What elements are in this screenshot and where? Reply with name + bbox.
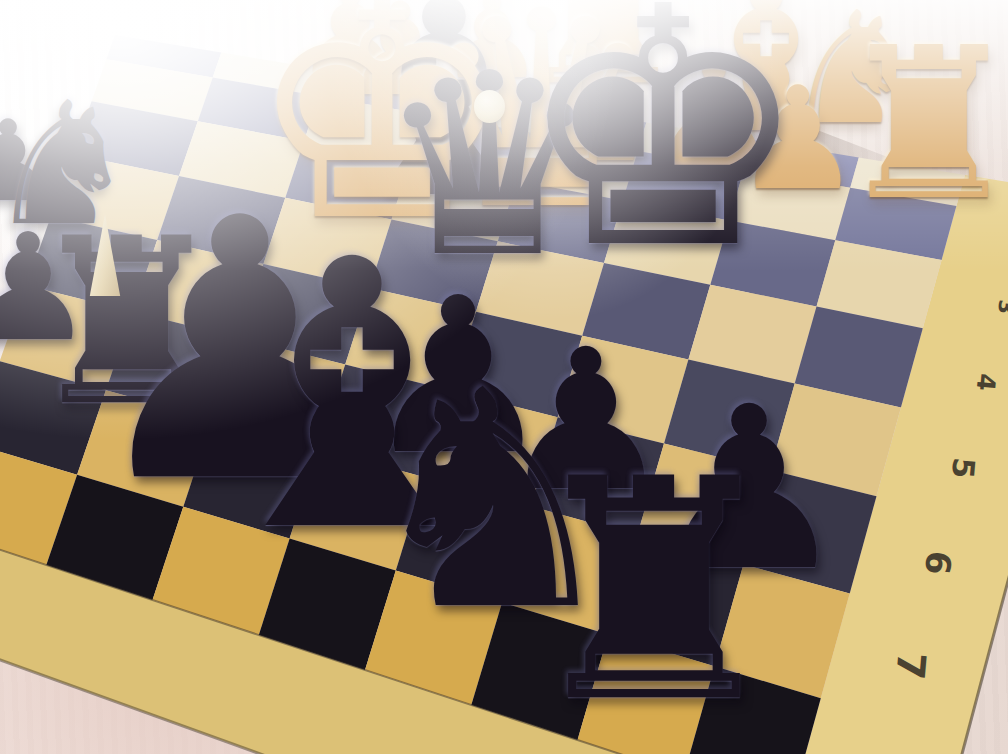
rank-label-6: 6 <box>917 549 959 576</box>
bare-wood-queen-finial <box>474 90 505 123</box>
piece-black-king-e4[interactable]: ♚ <box>515 0 811 294</box>
chessboard-photo: 12345678 ♟♟♟♚♛♜♟♟♝♟♞♜♟♞♟♜♟♝♛♚♝♟♟♞♜♟ Over… <box>0 0 1008 754</box>
rank-label-7: 7 <box>887 650 934 681</box>
piece-black-rook-d7[interactable]: ♜ <box>517 439 790 744</box>
rank-label-4: 4 <box>971 372 1001 392</box>
piece-white-rook-h2[interactable]: ♜ <box>835 20 1008 230</box>
rank-label-5: 5 <box>945 456 982 480</box>
rank-label-3: 3 <box>993 298 1008 315</box>
